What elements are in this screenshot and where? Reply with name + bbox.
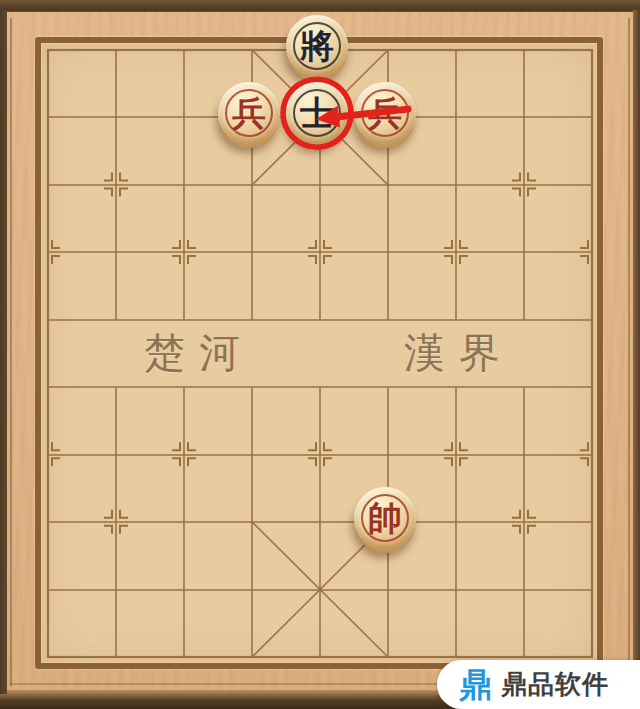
table-edge-left — [0, 10, 7, 694]
dingpin-logo-icon: 鼎 — [459, 668, 492, 701]
piece-red-soldier-left[interactable]: 兵 — [218, 82, 280, 144]
piece-character: 帥 — [354, 487, 416, 549]
watermark-badge[interactable]: 鼎 鼎品软件 — [437, 660, 640, 709]
piece-character: 將 — [286, 15, 348, 77]
piece-character: 兵 — [218, 82, 280, 144]
piece-red-soldier-right[interactable]: 兵 — [354, 82, 416, 144]
piece-black-advisor[interactable]: 士 — [286, 82, 348, 144]
piece-character: 士 — [286, 82, 348, 144]
piece-black-general[interactable]: 將 — [286, 15, 348, 77]
piece-red-general[interactable]: 帥 — [354, 487, 416, 549]
pieces-layer: 將兵士兵帥 — [14, 16, 626, 691]
piece-character: 兵 — [354, 82, 416, 144]
table-edge-right — [633, 10, 640, 694]
watermark-text: 鼎品软件 — [501, 667, 609, 702]
table-edge-top — [0, 0, 640, 12]
xiangqi-app: 楚河 漢界 將兵士兵帥 鼎 鼎品软件 — [0, 0, 640, 709]
